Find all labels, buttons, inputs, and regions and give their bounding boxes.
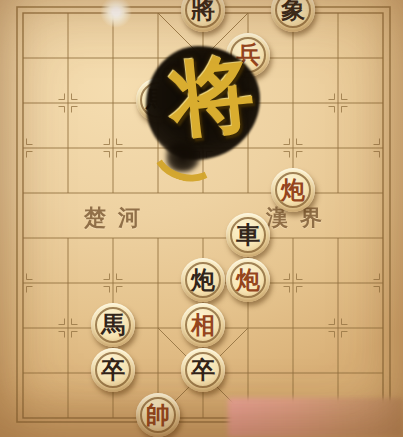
piece-red-elephant[interactable]: 相	[181, 303, 225, 347]
piece-character: 炮	[236, 268, 260, 292]
piece-black-chariot[interactable]: 車	[226, 213, 270, 257]
piece-red-soldier[interactable]: 兵	[226, 33, 270, 77]
river-label-chuhe: 楚河	[84, 206, 152, 228]
piece-black-soldier[interactable]: 卒	[91, 348, 135, 392]
piece-character: 車	[236, 223, 260, 247]
piece-black-horse[interactable]: 馬	[136, 78, 180, 122]
piece-character: 炮	[281, 178, 305, 202]
piece-red-cannon[interactable]: 炮	[226, 258, 270, 302]
piece-character: 馬	[101, 313, 125, 337]
piece-character: 將	[191, 0, 215, 22]
piece-character: 卒	[101, 358, 125, 382]
piece-character: 帥	[146, 403, 170, 427]
piece-character: 兵	[236, 43, 260, 67]
blurred-watermark-patch	[228, 398, 403, 437]
piece-black-soldier[interactable]: 卒	[181, 348, 225, 392]
xiangqi-game-screen: 楚河 漢界 將象兵馬炮車炮炮馬相卒卒帥 将	[0, 0, 403, 437]
piece-black-horse[interactable]: 馬	[91, 303, 135, 347]
piece-character: 炮	[191, 268, 215, 292]
piece-red-general[interactable]: 帥	[136, 393, 180, 437]
piece-black-cannon[interactable]: 炮	[181, 258, 225, 302]
piece-character: 相	[191, 313, 215, 337]
piece-character: 卒	[191, 358, 215, 382]
piece-character: 馬	[146, 88, 170, 112]
piece-character: 象	[281, 0, 305, 22]
piece-red-cannon[interactable]: 炮	[271, 168, 315, 212]
